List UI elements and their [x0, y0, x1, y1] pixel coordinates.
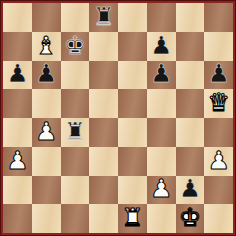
square-d4[interactable] — [89, 118, 118, 147]
square-c2[interactable] — [61, 176, 90, 205]
black-pawn-piece[interactable]: ♟ — [150, 33, 172, 58]
square-a3[interactable]: ♟ — [3, 147, 32, 176]
square-c4[interactable]: ♜ — [61, 118, 90, 147]
square-f1[interactable] — [147, 204, 176, 233]
square-g6[interactable] — [176, 61, 205, 90]
square-f3[interactable] — [147, 147, 176, 176]
square-d5[interactable] — [89, 89, 118, 118]
square-c7[interactable]: ♚ — [61, 32, 90, 61]
black-rook-piece[interactable]: ♜ — [92, 4, 114, 29]
chess-board: ♜♝♚♟♟♟♟♟♛♟♜♟♟♟♟♜♚ — [3, 3, 233, 233]
square-g2[interactable]: ♟ — [176, 176, 205, 205]
square-d1[interactable] — [89, 204, 118, 233]
square-f5[interactable] — [147, 89, 176, 118]
white-pawn-piece[interactable]: ♟ — [150, 176, 172, 201]
white-queen-piece[interactable]: ♛ — [207, 90, 229, 115]
square-c8[interactable] — [61, 3, 90, 32]
square-d2[interactable] — [89, 176, 118, 205]
square-g4[interactable] — [176, 118, 205, 147]
white-bishop-piece[interactable]: ♝ — [35, 33, 57, 58]
square-h2[interactable] — [204, 176, 233, 205]
square-a2[interactable] — [3, 176, 32, 205]
square-b1[interactable] — [32, 204, 61, 233]
black-pawn-piece[interactable]: ♟ — [207, 61, 229, 86]
square-b5[interactable] — [32, 89, 61, 118]
square-h5[interactable]: ♛ — [204, 89, 233, 118]
square-e6[interactable] — [118, 61, 147, 90]
square-e8[interactable] — [118, 3, 147, 32]
square-c6[interactable] — [61, 61, 90, 90]
white-pawn-piece[interactable]: ♟ — [207, 148, 229, 173]
square-a6[interactable]: ♟ — [3, 61, 32, 90]
black-pawn-piece[interactable]: ♟ — [35, 61, 57, 86]
square-e5[interactable] — [118, 89, 147, 118]
square-h8[interactable] — [204, 3, 233, 32]
square-e1[interactable]: ♜ — [118, 204, 147, 233]
square-f6[interactable]: ♟ — [147, 61, 176, 90]
square-c3[interactable] — [61, 147, 90, 176]
square-b2[interactable] — [32, 176, 61, 205]
square-h7[interactable] — [204, 32, 233, 61]
square-b8[interactable] — [32, 3, 61, 32]
square-d6[interactable] — [89, 61, 118, 90]
square-c1[interactable] — [61, 204, 90, 233]
black-pawn-piece[interactable]: ♟ — [150, 61, 172, 86]
square-f7[interactable]: ♟ — [147, 32, 176, 61]
square-h3[interactable]: ♟ — [204, 147, 233, 176]
square-a4[interactable] — [3, 118, 32, 147]
square-h6[interactable]: ♟ — [204, 61, 233, 90]
square-d3[interactable] — [89, 147, 118, 176]
square-b4[interactable]: ♟ — [32, 118, 61, 147]
square-a5[interactable] — [3, 89, 32, 118]
white-rook-piece[interactable]: ♜ — [121, 205, 143, 230]
square-d8[interactable]: ♜ — [89, 3, 118, 32]
square-f8[interactable] — [147, 3, 176, 32]
black-rook-piece[interactable]: ♜ — [64, 119, 86, 144]
white-pawn-piece[interactable]: ♟ — [35, 119, 57, 144]
black-pawn-piece[interactable]: ♟ — [6, 61, 28, 86]
square-c5[interactable] — [61, 89, 90, 118]
square-f2[interactable]: ♟ — [147, 176, 176, 205]
square-a1[interactable] — [3, 204, 32, 233]
black-pawn-piece[interactable]: ♟ — [179, 176, 201, 201]
square-g1[interactable]: ♚ — [176, 204, 205, 233]
square-b3[interactable] — [32, 147, 61, 176]
white-pawn-piece[interactable]: ♟ — [6, 148, 28, 173]
square-f4[interactable] — [147, 118, 176, 147]
square-a8[interactable] — [3, 3, 32, 32]
square-h1[interactable] — [204, 204, 233, 233]
square-e2[interactable] — [118, 176, 147, 205]
square-a7[interactable] — [3, 32, 32, 61]
square-d7[interactable] — [89, 32, 118, 61]
square-b7[interactable]: ♝ — [32, 32, 61, 61]
black-king-piece[interactable]: ♚ — [64, 33, 86, 58]
white-king-piece[interactable]: ♚ — [179, 205, 201, 230]
square-g5[interactable] — [176, 89, 205, 118]
square-e7[interactable] — [118, 32, 147, 61]
square-h4[interactable] — [204, 118, 233, 147]
square-g3[interactable] — [176, 147, 205, 176]
square-g7[interactable] — [176, 32, 205, 61]
square-g8[interactable] — [176, 3, 205, 32]
chess-board-frame: ♜♝♚♟♟♟♟♟♛♟♜♟♟♟♟♜♚ — [0, 0, 236, 236]
square-e3[interactable] — [118, 147, 147, 176]
square-b6[interactable]: ♟ — [32, 61, 61, 90]
square-e4[interactable] — [118, 118, 147, 147]
